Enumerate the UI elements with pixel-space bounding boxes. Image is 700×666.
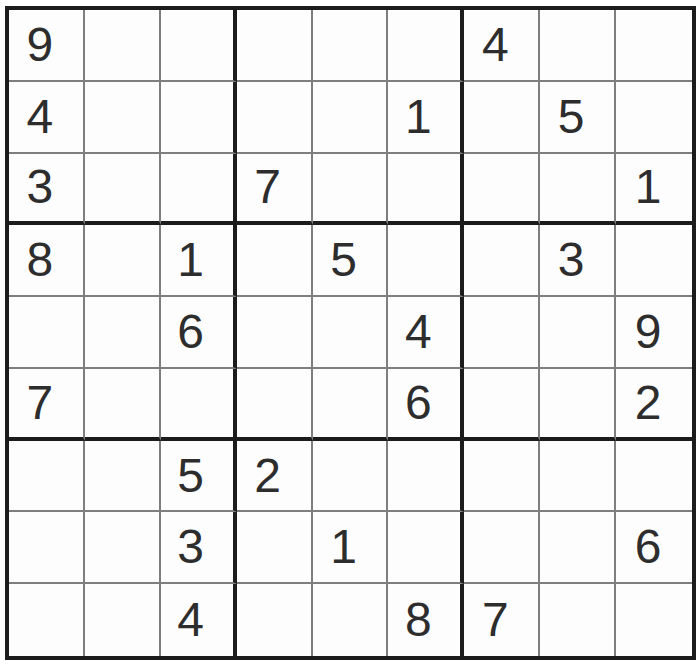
cell-r4c4[interactable] <box>237 225 313 297</box>
cell-r2c9[interactable] <box>616 82 692 154</box>
given-digit: 1 <box>405 93 432 141</box>
cell-r4c1[interactable]: 8 <box>9 225 85 297</box>
cell-r5c3[interactable]: 6 <box>161 297 237 369</box>
cell-r3c2[interactable] <box>85 154 161 226</box>
given-digit: 8 <box>405 596 432 644</box>
cell-r8c8[interactable] <box>540 512 616 584</box>
cell-r4c2[interactable] <box>85 225 161 297</box>
sudoku-board: 94415371815364976252316487 <box>5 6 696 660</box>
cell-r1c4[interactable] <box>237 10 313 82</box>
given-digit: 6 <box>405 379 432 427</box>
cell-r3c6[interactable] <box>388 154 464 226</box>
cell-r4c7[interactable] <box>464 225 540 297</box>
given-digit: 3 <box>558 236 585 284</box>
sudoku-page: 94415371815364976252316487 <box>0 0 700 666</box>
cell-r6c8[interactable] <box>540 369 616 441</box>
cell-r8c6[interactable] <box>388 512 464 584</box>
cell-r7c6[interactable] <box>388 441 464 513</box>
cell-r8c3[interactable]: 3 <box>161 512 237 584</box>
cell-r6c2[interactable] <box>85 369 161 441</box>
cell-r8c1[interactable] <box>9 512 85 584</box>
given-digit: 9 <box>27 21 54 69</box>
cell-r9c7[interactable]: 7 <box>464 584 540 656</box>
given-digit: 6 <box>635 523 662 571</box>
cell-r1c2[interactable] <box>85 10 161 82</box>
given-digit: 7 <box>254 163 281 211</box>
given-digit: 3 <box>177 523 204 571</box>
cell-r1c7[interactable]: 4 <box>464 10 540 82</box>
cell-r3c9[interactable]: 1 <box>616 154 692 226</box>
cell-r9c5[interactable] <box>313 584 389 656</box>
cell-r7c7[interactable] <box>464 441 540 513</box>
given-digit: 5 <box>330 236 357 284</box>
given-digit: 3 <box>27 163 54 211</box>
cell-r9c8[interactable] <box>540 584 616 656</box>
cell-r4c6[interactable] <box>388 225 464 297</box>
cell-r9c9[interactable] <box>616 584 692 656</box>
given-digit: 8 <box>27 236 54 284</box>
cell-r8c2[interactable] <box>85 512 161 584</box>
cell-r1c9[interactable] <box>616 10 692 82</box>
cell-r4c5[interactable]: 5 <box>313 225 389 297</box>
cell-r6c5[interactable] <box>313 369 389 441</box>
cell-r7c8[interactable] <box>540 441 616 513</box>
cell-r3c5[interactable] <box>313 154 389 226</box>
cell-r3c3[interactable] <box>161 154 237 226</box>
cell-r4c8[interactable]: 3 <box>540 225 616 297</box>
cell-r8c5[interactable]: 1 <box>313 512 389 584</box>
cell-r3c8[interactable] <box>540 154 616 226</box>
cell-r8c9[interactable]: 6 <box>616 512 692 584</box>
cell-r9c1[interactable] <box>9 584 85 656</box>
given-digit: 4 <box>405 308 432 356</box>
cell-r2c8[interactable]: 5 <box>540 82 616 154</box>
cell-r2c7[interactable] <box>464 82 540 154</box>
cell-r6c4[interactable] <box>237 369 313 441</box>
given-digit: 5 <box>177 452 204 500</box>
cell-r9c4[interactable] <box>237 584 313 656</box>
cell-r4c3[interactable]: 1 <box>161 225 237 297</box>
cell-r5c4[interactable] <box>237 297 313 369</box>
cell-r7c5[interactable] <box>313 441 389 513</box>
cell-r5c7[interactable] <box>464 297 540 369</box>
cell-r4c9[interactable] <box>616 225 692 297</box>
cell-r7c3[interactable]: 5 <box>161 441 237 513</box>
cell-r2c2[interactable] <box>85 82 161 154</box>
cell-r1c1[interactable]: 9 <box>9 10 85 82</box>
given-digit: 1 <box>330 523 357 571</box>
given-digit: 7 <box>482 596 509 644</box>
cell-r2c4[interactable] <box>237 82 313 154</box>
given-digit: 5 <box>558 93 585 141</box>
given-digit: 2 <box>254 452 281 500</box>
cell-r9c3[interactable]: 4 <box>161 584 237 656</box>
given-digit: 1 <box>177 236 204 284</box>
cell-r5c6[interactable]: 4 <box>388 297 464 369</box>
given-digit: 4 <box>27 93 54 141</box>
cell-r5c9[interactable]: 9 <box>616 297 692 369</box>
cell-r5c5[interactable] <box>313 297 389 369</box>
cell-r8c7[interactable] <box>464 512 540 584</box>
cell-r7c1[interactable] <box>9 441 85 513</box>
given-digit: 6 <box>177 308 204 356</box>
given-digit: 4 <box>177 596 204 644</box>
given-digit: 9 <box>635 308 662 356</box>
cell-r6c1[interactable]: 7 <box>9 369 85 441</box>
cell-r2c5[interactable] <box>313 82 389 154</box>
cell-r1c8[interactable] <box>540 10 616 82</box>
cell-r6c6[interactable]: 6 <box>388 369 464 441</box>
cell-r1c3[interactable] <box>161 10 237 82</box>
cell-r3c7[interactable] <box>464 154 540 226</box>
cell-r2c6[interactable]: 1 <box>388 82 464 154</box>
cell-r8c4[interactable] <box>237 512 313 584</box>
cell-r7c2[interactable] <box>85 441 161 513</box>
cell-r5c8[interactable] <box>540 297 616 369</box>
cell-r2c3[interactable] <box>161 82 237 154</box>
cell-r9c2[interactable] <box>85 584 161 656</box>
given-digit: 4 <box>482 21 509 69</box>
given-digit: 1 <box>635 163 662 211</box>
cell-r1c5[interactable] <box>313 10 389 82</box>
cell-r6c7[interactable] <box>464 369 540 441</box>
cell-r3c1[interactable]: 3 <box>9 154 85 226</box>
cell-r5c2[interactable] <box>85 297 161 369</box>
cell-r7c9[interactable] <box>616 441 692 513</box>
cell-r6c9[interactable]: 2 <box>616 369 692 441</box>
given-digit: 7 <box>27 379 54 427</box>
cell-r7c4[interactable]: 2 <box>237 441 313 513</box>
cell-r5c1[interactable] <box>9 297 85 369</box>
cell-r1c6[interactable] <box>388 10 464 82</box>
cell-r9c6[interactable]: 8 <box>388 584 464 656</box>
given-digit: 2 <box>635 379 662 427</box>
cell-r2c1[interactable]: 4 <box>9 82 85 154</box>
cell-r3c4[interactable]: 7 <box>237 154 313 226</box>
cell-r6c3[interactable] <box>161 369 237 441</box>
